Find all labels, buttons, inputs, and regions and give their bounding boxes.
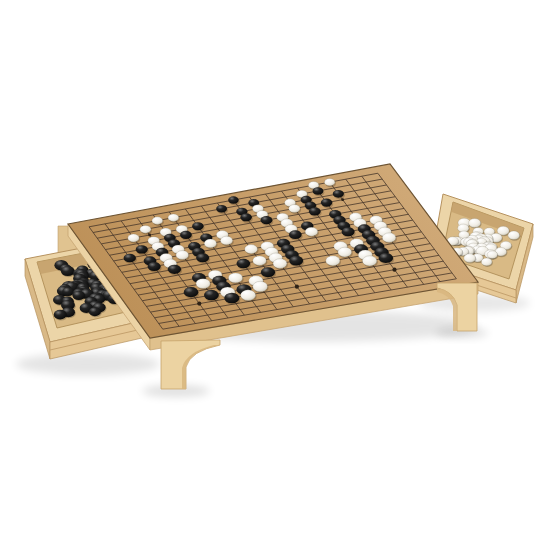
front-left-leg <box>161 340 220 389</box>
white-stone <box>196 279 210 289</box>
white-stone <box>220 236 232 245</box>
black-stone <box>342 227 355 236</box>
black-stone <box>309 207 321 215</box>
white-stone <box>245 245 258 254</box>
black-stone <box>240 213 251 221</box>
black-stone <box>321 199 332 207</box>
go-set-scene <box>0 0 540 540</box>
black-stone <box>261 216 273 224</box>
white-stone <box>253 281 268 291</box>
black-tray-stone <box>54 310 67 320</box>
black-stone <box>313 187 324 195</box>
white-stone <box>289 205 300 213</box>
white-tray-stone <box>481 258 492 266</box>
black-stone <box>136 245 148 253</box>
star-point <box>392 268 396 272</box>
black-stone <box>192 222 203 230</box>
white-stone <box>305 227 318 236</box>
black-stone <box>168 265 181 274</box>
black-stone <box>204 290 219 300</box>
white-stone <box>128 234 139 242</box>
white-stone <box>273 259 287 269</box>
white-tray-stone <box>508 231 520 240</box>
black-stone <box>289 256 303 266</box>
black-stone <box>224 293 239 304</box>
star-point <box>197 302 201 306</box>
white-stone <box>326 256 340 266</box>
black-tray-stone <box>89 307 101 316</box>
black-stone <box>237 259 251 269</box>
white-tray-stone <box>469 218 481 227</box>
black-stone <box>228 196 239 203</box>
black-tray-stone <box>62 287 74 296</box>
black-stone <box>261 267 275 277</box>
white-stone <box>241 290 256 301</box>
white-stone <box>168 214 179 222</box>
black-tray-stone <box>72 291 85 300</box>
white-stone <box>204 239 216 248</box>
white-stone <box>324 178 335 185</box>
black-stone <box>379 253 394 263</box>
white-stone <box>362 256 377 266</box>
black-stone <box>333 190 344 198</box>
white-tray-stone <box>487 251 497 259</box>
black-stone <box>124 254 136 263</box>
white-stone <box>253 256 267 266</box>
white-stone <box>152 217 163 225</box>
white-stone <box>176 251 189 260</box>
black-tray-stone <box>61 266 75 276</box>
star-point <box>295 285 299 289</box>
black-stone <box>196 253 209 262</box>
black-stone <box>289 230 302 239</box>
black-stone <box>184 287 199 297</box>
left-tray-shadow <box>16 353 160 375</box>
black-stone <box>216 205 227 213</box>
white-tray-stone <box>464 254 476 263</box>
white-stone <box>382 233 396 243</box>
white-stone <box>338 247 352 257</box>
white-stone <box>228 273 242 283</box>
black-stone <box>148 262 161 271</box>
go-board-product-photo <box>0 0 540 540</box>
white-stone <box>140 225 151 233</box>
black-stone <box>180 231 192 239</box>
